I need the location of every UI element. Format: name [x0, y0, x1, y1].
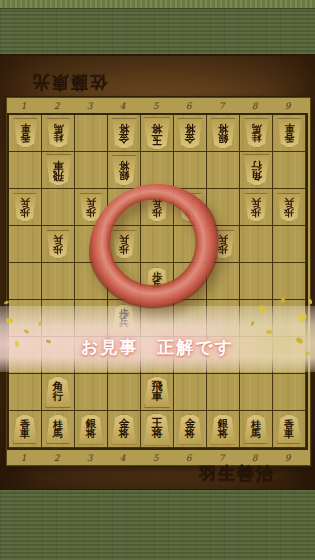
board-cell[interactable]: 飛車 [141, 374, 174, 411]
board-cell[interactable]: 角行 [240, 152, 273, 189]
shogi-piece-歩-top[interactable]: 歩兵 [46, 230, 70, 259]
shogi-piece-香-top[interactable]: 香車 [277, 118, 302, 148]
board-cell[interactable] [273, 374, 306, 411]
board-cell[interactable] [273, 226, 306, 263]
file-label: 7 [205, 453, 238, 463]
shogi-piece-金-bottom[interactable]: 金将 [177, 414, 203, 445]
opponent-name: 佐藤康光 [31, 71, 107, 94]
shogi-piece-銀-top[interactable]: 銀将 [210, 118, 236, 149]
board-cell[interactable] [9, 226, 42, 263]
board-cell[interactable]: 桂馬 [42, 411, 75, 448]
shogi-piece-王-bottom[interactable]: 王将 [143, 413, 171, 446]
shogi-piece-銀-bottom[interactable]: 銀将 [78, 414, 104, 445]
app-screen: 佐藤康光 123456789 香車桂馬金将玉将金将銀将桂馬香車飛車銀将角行歩兵歩… [0, 0, 315, 560]
shogi-piece-香-bottom[interactable]: 香車 [13, 414, 38, 444]
board-cell[interactable] [42, 189, 75, 226]
shogi-piece-桂-top[interactable]: 桂馬 [46, 118, 71, 148]
shogi-piece-飛-top[interactable]: 飛車 [45, 154, 72, 186]
shogi-piece-金-top[interactable]: 金将 [111, 118, 137, 149]
board-cell[interactable] [174, 152, 207, 189]
board-cell[interactable]: 桂馬 [240, 115, 273, 152]
board-cell[interactable]: 金将 [108, 115, 141, 152]
board-cell[interactable]: 金将 [174, 115, 207, 152]
board-cell[interactable]: 角行 [42, 374, 75, 411]
board-cell[interactable] [207, 374, 240, 411]
file-label: 3 [73, 453, 106, 463]
board-cell[interactable] [75, 152, 108, 189]
board-cell[interactable]: 銀将 [108, 152, 141, 189]
shogi-piece-銀-bottom[interactable]: 銀将 [210, 414, 236, 445]
shogi-piece-飛-bottom[interactable]: 飛車 [144, 376, 171, 408]
board-cell[interactable]: 金将 [108, 411, 141, 448]
file-label: 6 [172, 453, 205, 463]
file-label: 9 [271, 453, 304, 463]
shogi-piece-歩-top[interactable]: 歩兵 [277, 193, 301, 222]
shogi-piece-金-top[interactable]: 金将 [177, 118, 203, 149]
file-label: 1 [7, 453, 40, 463]
file-label: 4 [106, 453, 139, 463]
board-cell[interactable]: 金将 [174, 411, 207, 448]
board-cell[interactable] [273, 263, 306, 300]
file-label: 3 [73, 101, 106, 111]
file-label: 8 [238, 101, 271, 111]
shogi-piece-歩-top[interactable]: 歩兵 [13, 193, 37, 222]
board-cell[interactable]: 歩兵 [9, 189, 42, 226]
board-cell[interactable] [42, 263, 75, 300]
player-name: 羽生善治 [199, 462, 275, 485]
board-cell[interactable] [273, 152, 306, 189]
board-cell[interactable]: 歩兵 [273, 189, 306, 226]
board-cell[interactable] [207, 152, 240, 189]
board-cell[interactable]: 歩兵 [240, 189, 273, 226]
file-label: 4 [106, 101, 139, 111]
shogi-piece-桂-top[interactable]: 桂馬 [244, 118, 269, 148]
board-cell[interactable] [75, 115, 108, 152]
board-cell[interactable] [240, 374, 273, 411]
board-cell[interactable]: 飛車 [42, 152, 75, 189]
file-label: 8 [238, 453, 271, 463]
shogi-piece-香-bottom[interactable]: 香車 [277, 414, 302, 444]
tatami-background-top [0, 0, 315, 56]
board-cell[interactable] [75, 374, 108, 411]
file-label: 7 [205, 101, 238, 111]
file-labels-top: 123456789 [7, 98, 310, 113]
board-cell[interactable]: 歩兵 [42, 226, 75, 263]
tatami-background-bottom [0, 489, 315, 560]
board-cell[interactable]: 王将 [141, 411, 174, 448]
file-label: 5 [139, 101, 172, 111]
shogi-piece-金-bottom[interactable]: 金将 [111, 414, 137, 445]
shogi-piece-桂-bottom[interactable]: 桂馬 [244, 414, 269, 444]
shogi-piece-玉-top[interactable]: 玉将 [143, 117, 171, 150]
file-label: 2 [40, 453, 73, 463]
board-cell[interactable] [108, 374, 141, 411]
board-cell[interactable]: 香車 [273, 115, 306, 152]
board-cell[interactable]: 銀将 [75, 411, 108, 448]
board-cell[interactable]: 香車 [9, 115, 42, 152]
file-label: 5 [139, 453, 172, 463]
result-text: お見事 正解です [0, 336, 315, 359]
board-cell[interactable]: 桂馬 [42, 115, 75, 152]
file-label: 1 [7, 101, 40, 111]
board-cell[interactable] [240, 263, 273, 300]
shogi-piece-銀-top[interactable]: 銀将 [111, 155, 137, 186]
shogi-piece-歩-top[interactable]: 歩兵 [244, 193, 268, 222]
board-cell[interactable]: 香車 [9, 411, 42, 448]
board-cell[interactable]: 銀将 [207, 411, 240, 448]
file-label: 6 [172, 101, 205, 111]
file-label: 9 [271, 101, 304, 111]
board-cell[interactable]: 玉将 [141, 115, 174, 152]
board-cell[interactable]: 銀将 [207, 115, 240, 152]
shogi-piece-角-bottom[interactable]: 角行 [45, 376, 72, 408]
correct-circle-mark [89, 184, 225, 320]
shogi-piece-角-top[interactable]: 角行 [243, 154, 270, 186]
board-cell[interactable] [9, 263, 42, 300]
file-label: 2 [40, 101, 73, 111]
board-cell[interactable]: 香車 [273, 411, 306, 448]
board-cell[interactable]: 桂馬 [240, 411, 273, 448]
board-cell[interactable] [9, 374, 42, 411]
board-cell[interactable] [9, 152, 42, 189]
shogi-piece-桂-bottom[interactable]: 桂馬 [46, 414, 71, 444]
shogi-piece-香-top[interactable]: 香車 [13, 118, 38, 148]
board-cell[interactable] [174, 374, 207, 411]
board-cell[interactable] [240, 226, 273, 263]
